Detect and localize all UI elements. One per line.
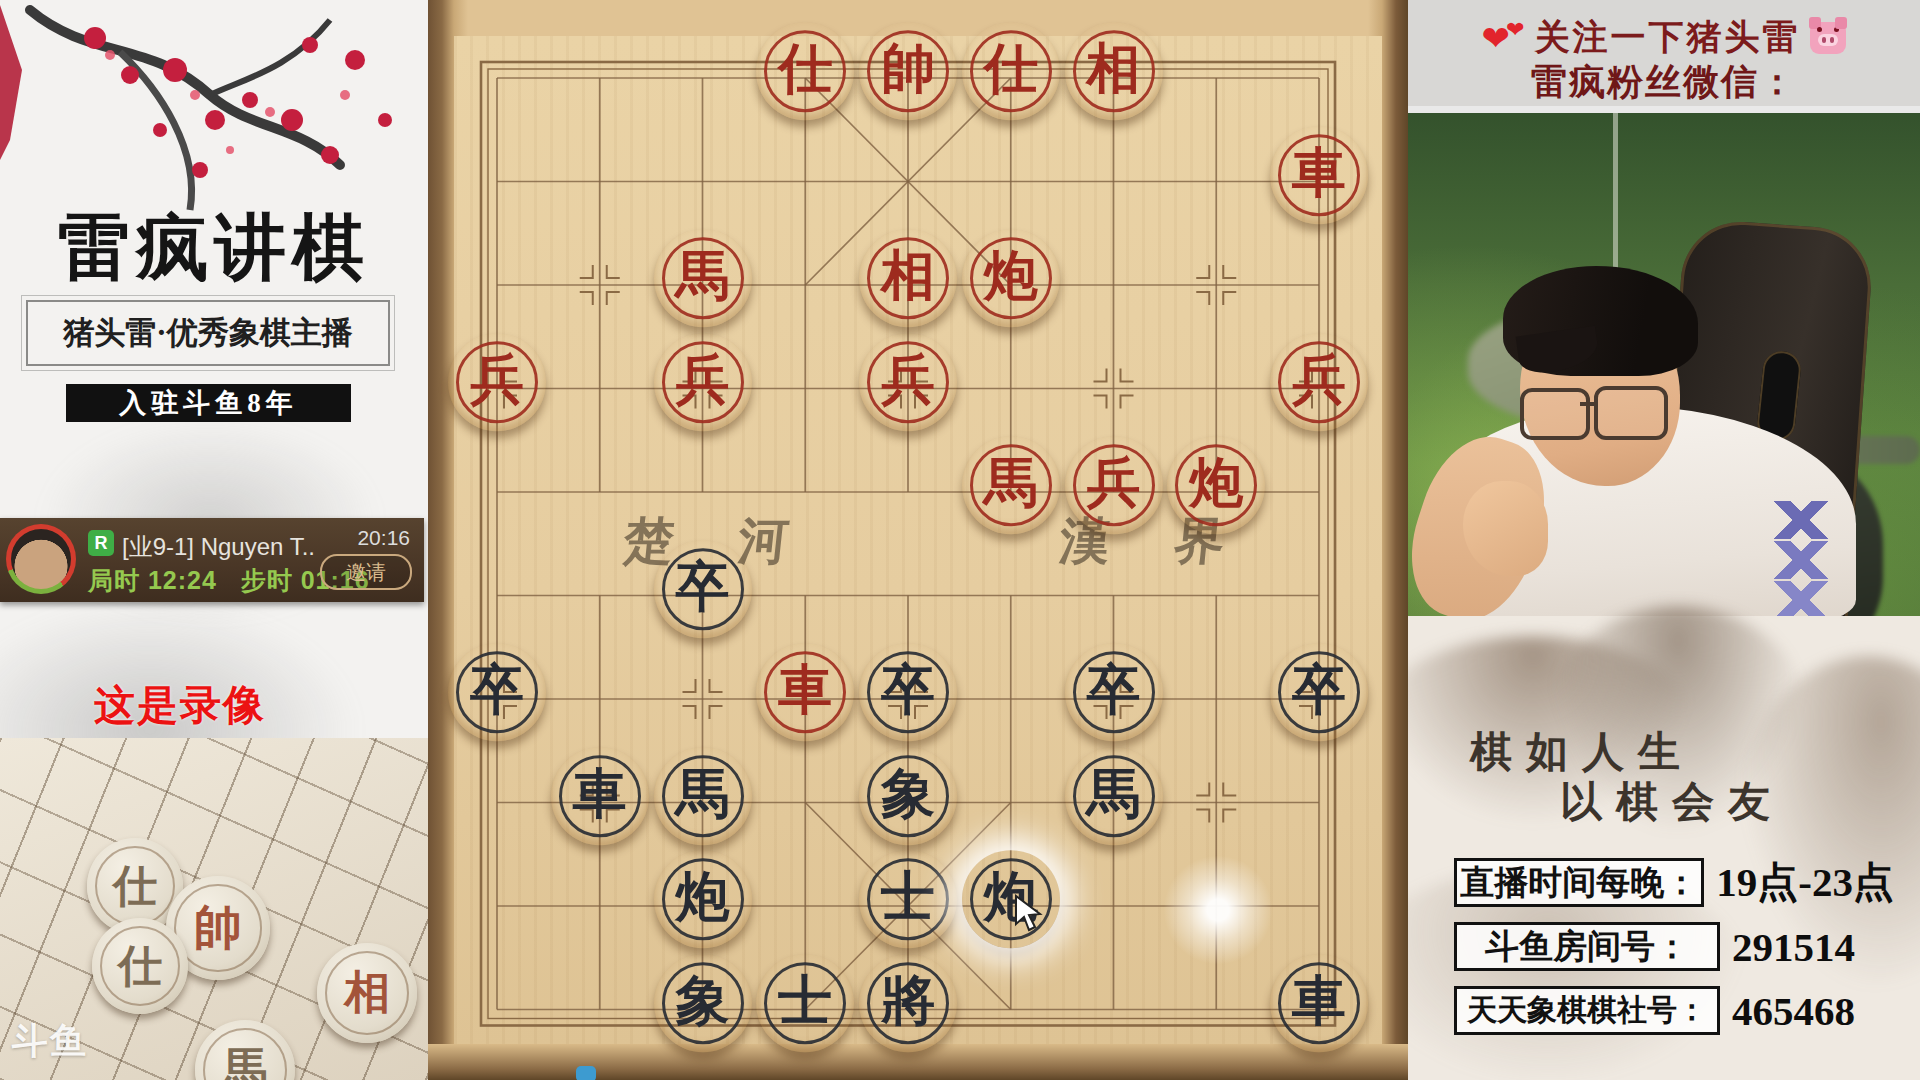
piece-character: 車 — [778, 663, 832, 717]
piece-character: 馬 — [984, 456, 1038, 510]
glasses-bridge — [1580, 402, 1596, 406]
piece-black-soldier[interactable]: 卒 — [654, 540, 752, 638]
plum-blossom-art — [0, 0, 428, 215]
piece-red-elephant[interactable]: 相 — [859, 229, 957, 327]
piece-red-soldier[interactable]: 兵 — [859, 333, 957, 431]
piece-character: 馬 — [676, 249, 730, 303]
photo-piece-rim — [95, 846, 176, 927]
glasses — [1520, 388, 1590, 440]
photo-piece: 仕 — [92, 918, 188, 1014]
shirt-chevrons — [1766, 501, 1836, 616]
douyu-watermark: 斗鱼 — [12, 1017, 88, 1066]
photo-piece-rim — [203, 1028, 287, 1080]
channel-subtitle: 猪头雷·优秀象棋主播 — [26, 300, 390, 366]
piece-red-horse[interactable]: 馬 — [962, 436, 1060, 534]
info-label: 天天象棋棋社号： — [1454, 986, 1720, 1035]
piece-red-elephant[interactable]: 相 — [1065, 22, 1163, 120]
right-panel: ❤❤ 关注一下猪头雷 雷疯粉丝微信：lz13146464 — [1408, 0, 1920, 1080]
follow-banner: ❤❤ 关注一下猪头雷 雷疯粉丝微信：lz13146464 — [1408, 0, 1920, 106]
glasses — [1594, 386, 1668, 440]
photo-piece-rim — [325, 951, 409, 1035]
streamer-webcam — [1408, 106, 1920, 616]
piece-red-soldier[interactable]: 兵 — [1065, 436, 1163, 534]
piece-black-elephant[interactable]: 象 — [859, 747, 957, 845]
game-time: 12:24 — [148, 566, 217, 594]
info-label: 斗鱼房间号： — [1454, 922, 1720, 971]
photo-piece: 相 — [317, 943, 417, 1043]
info-label: 直播时间每晚： — [1454, 858, 1704, 907]
piece-black-horse[interactable]: 馬 — [1065, 747, 1163, 845]
piece-character: 炮 — [676, 870, 730, 924]
stream-screenshot: 雷疯讲棋 猪头雷·优秀象棋主播 入驻斗鱼8年 R [业9-1] Nguyen T… — [0, 0, 1920, 1080]
piece-character: 兵 — [1087, 456, 1141, 510]
recording-note: 这是录像 — [94, 678, 266, 733]
player-name: [业9-1] Nguyen T.. — [122, 531, 315, 563]
app-chip — [576, 1066, 596, 1080]
piece-character: 仕 — [984, 42, 1038, 96]
calligraphy-line1: 棋如人生 — [1470, 724, 1694, 780]
piece-black-horse[interactable]: 馬 — [654, 747, 752, 845]
piece-character: 兵 — [1292, 353, 1346, 407]
stream-info-rows: 直播时间每晚：19点-23点斗鱼房间号：291514天天象棋棋社号：465468 — [1454, 858, 1894, 1035]
info-row: 天天象棋棋社号：465468 — [1454, 986, 1894, 1035]
move-time-label: 步时 — [241, 566, 293, 594]
piece-character: 車 — [1292, 974, 1346, 1028]
info-value: 465468 — [1732, 987, 1855, 1035]
match-invite-card[interactable]: R [业9-1] Nguyen T.. 局时 12:24 步时 01:16 20… — [0, 518, 424, 602]
piece-black-king[interactable]: 將 — [859, 954, 957, 1052]
piece-character: 馬 — [1087, 767, 1141, 821]
piece-character: 炮 — [1189, 456, 1243, 510]
piece-black-soldier[interactable]: 卒 — [448, 643, 546, 741]
piece-black-chariot[interactable]: 車 — [551, 747, 649, 845]
piece-red-soldier[interactable]: 兵 — [1270, 333, 1368, 431]
piece-black-cannon[interactable]: 炮 — [654, 850, 752, 948]
info-section: 棋如人生 以棋会友 直播时间每晚：19点-23点斗鱼房间号：291514天天象棋… — [1408, 616, 1920, 1080]
real-board-photo: 仕帥仕相馬 斗鱼 — [0, 738, 428, 1080]
piece-black-advisor[interactable]: 士 — [859, 850, 957, 948]
info-row: 直播时间每晚：19点-23点 — [1454, 858, 1894, 907]
info-value: 19点-23点 — [1716, 855, 1894, 910]
mouse-cursor — [1014, 894, 1048, 934]
piece-character: 車 — [1292, 146, 1346, 200]
piece-character: 馬 — [676, 767, 730, 821]
photo-piece: 馬 — [195, 1020, 295, 1080]
piece-red-soldier[interactable]: 兵 — [448, 333, 546, 431]
piece-black-soldier[interactable]: 卒 — [1065, 643, 1163, 741]
left-sidebar: 雷疯讲棋 猪头雷·优秀象棋主播 入驻斗鱼8年 R [业9-1] Nguyen T… — [0, 0, 428, 1080]
wall-clock: 20:16 — [357, 526, 410, 550]
piece-character: 帥 — [881, 42, 935, 96]
piece-red-chariot[interactable]: 車 — [1270, 126, 1368, 224]
piece-red-cannon[interactable]: 炮 — [962, 229, 1060, 327]
piece-black-soldier[interactable]: 卒 — [1270, 643, 1368, 741]
piece-black-elephant[interactable]: 象 — [654, 954, 752, 1052]
piece-character: 士 — [881, 870, 935, 924]
info-row: 斗鱼房间号：291514 — [1454, 922, 1894, 971]
game-time-label: 局时 — [88, 566, 140, 594]
follow-line: ❤❤ 关注一下猪头雷 — [1408, 14, 1920, 61]
piece-character: 仕 — [778, 42, 832, 96]
piece-character: 將 — [881, 974, 935, 1028]
piece-red-advisor[interactable]: 仕 — [756, 22, 854, 120]
piece-character: 士 — [778, 974, 832, 1028]
piece-red-chariot[interactable]: 車 — [756, 643, 854, 741]
piece-character: 卒 — [470, 663, 524, 717]
piece-character: 兵 — [881, 353, 935, 407]
piece-character: 象 — [881, 767, 935, 821]
piece-red-soldier[interactable]: 兵 — [654, 333, 752, 431]
channel-title: 雷疯讲棋 — [0, 200, 428, 296]
webcam-top-border — [1408, 106, 1920, 113]
info-value: 291514 — [1732, 923, 1855, 971]
piece-black-advisor[interactable]: 士 — [756, 954, 854, 1052]
calligraphy-line2: 以棋会友 — [1560, 774, 1784, 830]
piece-character: 卒 — [1292, 663, 1346, 717]
xiangqi-board[interactable]: 楚 河 漢 界 仕帥仕相車馬相炮兵兵兵兵馬兵炮車卒卒卒卒卒車馬象馬炮士炮象士將車 — [428, 0, 1408, 1080]
piece-character: 車 — [573, 767, 627, 821]
player-avatar — [6, 524, 76, 594]
rank-badge: R — [88, 530, 114, 556]
follow-text: 关注一下猪头雷 — [1534, 14, 1800, 61]
piece-character: 相 — [881, 249, 935, 303]
piece-character: 兵 — [676, 353, 730, 407]
piece-black-soldier[interactable]: 卒 — [859, 643, 957, 741]
pig-emoji-icon — [1810, 22, 1846, 54]
piece-black-chariot[interactable]: 車 — [1270, 954, 1368, 1052]
douyu-years-banner: 入驻斗鱼8年 — [66, 384, 351, 422]
piece-character: 象 — [676, 974, 730, 1028]
wechat-label: 雷疯粉丝微信： — [1531, 62, 1797, 102]
touch-highlight — [1163, 855, 1273, 965]
piece-red-king[interactable]: 帥 — [859, 22, 957, 120]
piece-character: 兵 — [470, 353, 524, 407]
piece-character: 相 — [1087, 42, 1141, 96]
piece-character: 卒 — [1087, 663, 1141, 717]
piece-character: 卒 — [676, 560, 730, 614]
heart-icon: ❤ — [1506, 19, 1524, 41]
photo-piece-rim — [100, 926, 181, 1007]
invite-button[interactable]: 邀请 — [320, 554, 412, 590]
piece-red-cannon[interactable]: 炮 — [1167, 436, 1265, 534]
piece-red-advisor[interactable]: 仕 — [962, 22, 1060, 120]
piece-character: 卒 — [881, 663, 935, 717]
piece-red-horse[interactable]: 馬 — [654, 229, 752, 327]
piece-character: 炮 — [984, 249, 1038, 303]
